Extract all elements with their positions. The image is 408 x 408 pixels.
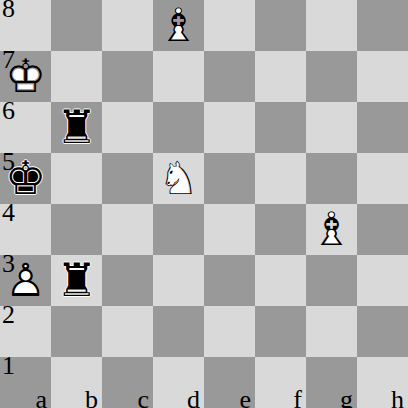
square-g2[interactable] bbox=[306, 306, 357, 357]
square-g7[interactable] bbox=[306, 51, 357, 102]
square-a5[interactable]: 5♚ bbox=[0, 153, 51, 204]
square-h2[interactable] bbox=[357, 306, 408, 357]
square-e7[interactable] bbox=[204, 51, 255, 102]
file-label-f: f bbox=[293, 387, 302, 408]
piece-glyph: ♚ bbox=[0, 153, 51, 204]
white-bishop-piece: ♝♗ bbox=[153, 0, 204, 51]
square-h1[interactable]: h bbox=[357, 357, 408, 408]
square-e2[interactable] bbox=[204, 306, 255, 357]
rank-label-1: 1 bbox=[2, 353, 15, 379]
square-f6[interactable] bbox=[255, 102, 306, 153]
square-f1[interactable]: f bbox=[255, 357, 306, 408]
square-d8[interactable]: ♝♗ bbox=[153, 0, 204, 51]
file-label-a: a bbox=[35, 387, 47, 408]
square-d5[interactable]: ♞♘ bbox=[153, 153, 204, 204]
file-label-d: d bbox=[187, 387, 200, 408]
white-bishop-piece: ♝♗ bbox=[306, 204, 357, 255]
square-g1[interactable]: g bbox=[306, 357, 357, 408]
square-b8[interactable] bbox=[51, 0, 102, 51]
square-e8[interactable] bbox=[204, 0, 255, 51]
square-f5[interactable] bbox=[255, 153, 306, 204]
square-a6[interactable]: 6 bbox=[0, 102, 51, 153]
square-a2[interactable]: 2 bbox=[0, 306, 51, 357]
piece-outline-glyph: ♗ bbox=[306, 204, 357, 255]
square-b3[interactable]: ♜ bbox=[51, 255, 102, 306]
black-rook-piece: ♜ bbox=[51, 255, 102, 306]
square-a7[interactable]: 7♚♔ bbox=[0, 51, 51, 102]
square-a1[interactable]: 1a bbox=[0, 357, 51, 408]
square-d3[interactable] bbox=[153, 255, 204, 306]
piece-outline-glyph: ♘ bbox=[153, 153, 204, 204]
white-king-piece: ♚♔ bbox=[0, 51, 51, 102]
square-h7[interactable] bbox=[357, 51, 408, 102]
square-d7[interactable] bbox=[153, 51, 204, 102]
square-b2[interactable] bbox=[51, 306, 102, 357]
square-h3[interactable] bbox=[357, 255, 408, 306]
white-knight-piece: ♞♘ bbox=[153, 153, 204, 204]
square-a3[interactable]: 3♟♙ bbox=[0, 255, 51, 306]
chess-board: 8♝♗7♚♔6♜5♚♞♘4♝♗3♟♙♜21abcdefgh bbox=[0, 0, 408, 408]
square-d4[interactable] bbox=[153, 204, 204, 255]
white-pawn-piece: ♟♙ bbox=[0, 255, 51, 306]
square-f8[interactable] bbox=[255, 0, 306, 51]
square-g6[interactable] bbox=[306, 102, 357, 153]
square-b6[interactable]: ♜ bbox=[51, 102, 102, 153]
square-c2[interactable] bbox=[102, 306, 153, 357]
square-h4[interactable] bbox=[357, 204, 408, 255]
square-d1[interactable]: d bbox=[153, 357, 204, 408]
square-g5[interactable] bbox=[306, 153, 357, 204]
square-g8[interactable] bbox=[306, 0, 357, 51]
square-d2[interactable] bbox=[153, 306, 204, 357]
square-c6[interactable] bbox=[102, 102, 153, 153]
square-d6[interactable] bbox=[153, 102, 204, 153]
file-label-g: g bbox=[340, 387, 353, 408]
file-label-c: c bbox=[137, 387, 149, 408]
square-e4[interactable] bbox=[204, 204, 255, 255]
piece-outline-glyph: ♙ bbox=[0, 255, 51, 306]
square-c4[interactable] bbox=[102, 204, 153, 255]
square-a4[interactable]: 4 bbox=[0, 204, 51, 255]
square-f2[interactable] bbox=[255, 306, 306, 357]
square-g3[interactable] bbox=[306, 255, 357, 306]
square-e3[interactable] bbox=[204, 255, 255, 306]
square-b5[interactable] bbox=[51, 153, 102, 204]
piece-glyph: ♜ bbox=[51, 102, 102, 153]
square-f4[interactable] bbox=[255, 204, 306, 255]
square-g4[interactable]: ♝♗ bbox=[306, 204, 357, 255]
square-h8[interactable] bbox=[357, 0, 408, 51]
black-rook-piece: ♜ bbox=[51, 102, 102, 153]
square-b7[interactable] bbox=[51, 51, 102, 102]
black-king-piece: ♚ bbox=[0, 153, 51, 204]
square-f3[interactable] bbox=[255, 255, 306, 306]
square-h6[interactable] bbox=[357, 102, 408, 153]
square-a8[interactable]: 8 bbox=[0, 0, 51, 51]
square-e1[interactable]: e bbox=[204, 357, 255, 408]
square-h5[interactable] bbox=[357, 153, 408, 204]
rank-label-8: 8 bbox=[2, 0, 15, 22]
square-c8[interactable] bbox=[102, 0, 153, 51]
file-label-h: h bbox=[391, 387, 404, 408]
square-c7[interactable] bbox=[102, 51, 153, 102]
piece-outline-glyph: ♔ bbox=[0, 51, 51, 102]
square-c5[interactable] bbox=[102, 153, 153, 204]
square-b4[interactable] bbox=[51, 204, 102, 255]
piece-outline-glyph: ♗ bbox=[153, 0, 204, 51]
square-b1[interactable]: b bbox=[51, 357, 102, 408]
square-f7[interactable] bbox=[255, 51, 306, 102]
square-e5[interactable] bbox=[204, 153, 255, 204]
square-e6[interactable] bbox=[204, 102, 255, 153]
square-c1[interactable]: c bbox=[102, 357, 153, 408]
piece-glyph: ♜ bbox=[51, 255, 102, 306]
square-c3[interactable] bbox=[102, 255, 153, 306]
file-label-b: b bbox=[85, 387, 98, 408]
file-label-e: e bbox=[239, 387, 251, 408]
